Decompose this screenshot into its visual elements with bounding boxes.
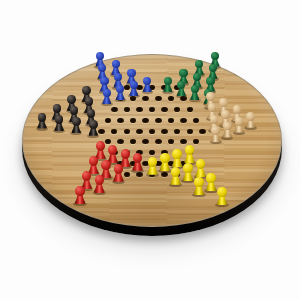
peg-head — [96, 52, 104, 60]
peg-yellow[interactable] — [147, 157, 158, 175]
peg-head — [70, 106, 79, 115]
peg-yellow[interactable] — [183, 163, 194, 181]
peg-head — [217, 187, 226, 197]
peg-head — [121, 149, 130, 159]
peg-yellow[interactable] — [172, 149, 183, 167]
peg-head — [164, 77, 172, 85]
peg-head — [177, 81, 185, 89]
peg-black[interactable] — [37, 113, 47, 129]
peg-head — [206, 173, 215, 183]
peg-hole — [142, 118, 149, 123]
peg-hole — [168, 118, 175, 123]
peg-hole — [136, 129, 143, 134]
peg-hole — [111, 129, 118, 134]
peg-head — [196, 159, 205, 169]
peg-head — [114, 164, 123, 174]
peg-head — [235, 117, 244, 126]
peg-blue[interactable] — [143, 77, 152, 92]
peg-yellow[interactable] — [170, 167, 181, 185]
peg-head — [171, 167, 180, 177]
peg-head — [219, 98, 228, 107]
peg-hole — [161, 129, 168, 134]
peg-hole — [111, 107, 118, 112]
board — [22, 54, 282, 227]
peg-yellow[interactable] — [217, 187, 228, 205]
peg-head — [114, 73, 122, 81]
peg-head — [210, 115, 219, 124]
peg-head — [160, 153, 169, 163]
peg-hole — [124, 129, 131, 134]
peg-head — [211, 126, 220, 135]
peg-hole — [155, 139, 162, 144]
peg-head — [130, 81, 138, 89]
peg-blue[interactable] — [129, 81, 138, 96]
peg-head — [72, 117, 81, 126]
peg-black[interactable] — [54, 115, 64, 131]
peg-head — [95, 175, 104, 185]
peg-red[interactable] — [113, 164, 124, 182]
peg-head — [221, 110, 230, 119]
peg-head — [143, 77, 151, 85]
peg-black[interactable] — [72, 117, 82, 133]
peg-head — [127, 69, 135, 77]
peg-red[interactable] — [132, 153, 143, 171]
peg-head — [195, 60, 203, 68]
peg-hole — [149, 107, 156, 112]
peg-head — [89, 120, 98, 129]
peg-head — [112, 60, 120, 68]
peg-head — [82, 171, 91, 181]
peg-head — [209, 64, 217, 72]
peg-head — [85, 97, 94, 106]
peg-head — [206, 92, 215, 101]
peg-head — [100, 77, 108, 85]
peg-head — [75, 186, 84, 196]
peg-hole — [180, 118, 187, 123]
peg-head — [246, 112, 255, 121]
peg-head — [193, 73, 201, 81]
board-scene — [0, 0, 300, 300]
peg-red[interactable] — [94, 175, 105, 193]
peg-head — [101, 160, 110, 170]
peg-natural[interactable] — [246, 112, 256, 128]
peg-head — [108, 145, 117, 155]
peg-head — [55, 115, 64, 124]
peg-head — [183, 163, 192, 173]
peg-hole — [187, 129, 194, 134]
peg-head — [208, 103, 217, 112]
peg-head — [185, 145, 194, 155]
peg-hole — [124, 172, 131, 177]
peg-head — [96, 141, 105, 151]
peg-hole — [142, 96, 149, 101]
peg-head — [89, 156, 98, 166]
peg-head — [233, 105, 242, 114]
peg-head — [133, 153, 142, 163]
peg-green[interactable] — [163, 77, 172, 92]
peg-head — [53, 104, 62, 113]
peg-hole — [105, 118, 112, 123]
peg-head — [191, 85, 199, 93]
peg-hole — [161, 107, 168, 112]
peg-natural[interactable] — [223, 122, 233, 138]
peg-head — [98, 64, 106, 72]
peg-head — [172, 149, 181, 159]
peg-head — [194, 177, 203, 187]
peg-hole — [136, 107, 143, 112]
peg-blue[interactable] — [102, 89, 111, 104]
peg-head — [179, 69, 187, 77]
peg-hole — [117, 118, 124, 123]
peg-black[interactable] — [89, 120, 99, 136]
peg-yellow[interactable] — [194, 177, 205, 195]
peg-head — [116, 85, 124, 93]
peg-hole — [155, 118, 162, 123]
peg-red[interactable] — [75, 186, 86, 204]
peg-head — [38, 113, 47, 122]
peg-head — [87, 109, 96, 118]
peg-yellow[interactable] — [206, 173, 217, 191]
peg-natural[interactable] — [234, 117, 244, 133]
peg-head — [223, 122, 232, 131]
peg-green[interactable] — [177, 81, 186, 96]
peg-yellow[interactable] — [195, 159, 206, 177]
peg-hole — [130, 118, 137, 123]
peg-head — [82, 86, 91, 95]
peg-hole — [155, 96, 162, 101]
peg-hole — [187, 107, 194, 112]
peg-head — [211, 52, 219, 60]
peg-head — [206, 77, 214, 85]
peg-yellow[interactable] — [160, 153, 171, 171]
peg-hole — [174, 129, 181, 134]
peg-yellow[interactable] — [184, 145, 195, 163]
peg-hole — [124, 107, 131, 112]
peg-green[interactable] — [190, 85, 199, 100]
peg-head — [103, 89, 111, 97]
peg-hole — [98, 129, 105, 134]
peg-blue[interactable] — [116, 85, 125, 100]
peg-hole — [149, 129, 156, 134]
peg-head — [67, 95, 76, 104]
peg-hole — [199, 129, 206, 134]
peg-hole — [193, 118, 200, 123]
peg-head — [148, 157, 157, 167]
peg-natural[interactable] — [211, 126, 221, 142]
